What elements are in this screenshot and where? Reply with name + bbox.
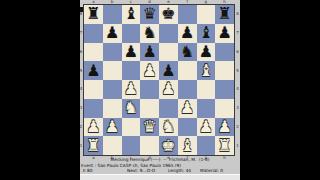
square-e7[interactable]: [159, 24, 178, 43]
rank-right-5-label: 5: [236, 69, 240, 73]
square-c6[interactable]: ♟: [122, 43, 141, 62]
piece-white-queen[interactable]: ♛: [142, 119, 156, 135]
square-d7[interactable]: ♞: [140, 24, 159, 43]
square-c5[interactable]: [122, 61, 141, 80]
square-e6[interactable]: [159, 43, 178, 62]
square-f2[interactable]: [178, 118, 197, 137]
piece-black-pawn[interactable]: ♟: [124, 44, 138, 60]
square-b6[interactable]: [103, 43, 122, 62]
square-b8[interactable]: [103, 5, 122, 24]
rank-left-7-label: 7: [79, 31, 83, 35]
piece-black-pawn[interactable]: ♟: [180, 25, 194, 41]
square-h5[interactable]: [215, 61, 234, 80]
square-c2[interactable]: [122, 118, 141, 137]
piece-white-pawn[interactable]: ♟: [105, 119, 119, 135]
piece-black-pawn[interactable]: ♟: [142, 44, 156, 60]
square-h7[interactable]: ♟: [215, 24, 234, 43]
piece-white-bishop[interactable]: ♝: [180, 138, 194, 154]
square-f7[interactable]: ♟: [178, 24, 197, 43]
square-a4[interactable]: [84, 80, 103, 99]
piece-white-rook[interactable]: ♜: [217, 138, 231, 154]
piece-black-rook[interactable]: ♜: [217, 6, 231, 22]
square-e8[interactable]: ♚: [159, 5, 178, 24]
game-result: (1-0): [199, 157, 209, 162]
square-f5[interactable]: [178, 61, 197, 80]
status-strip: [80, 174, 240, 180]
players-separator: --: [163, 157, 166, 162]
square-a8[interactable]: ♜: [84, 5, 103, 24]
square-g8[interactable]: [197, 5, 216, 24]
piece-black-pawn[interactable]: ♟: [105, 25, 119, 41]
rank-right-3-label: 3: [236, 106, 240, 110]
rank-left-5-label: 5: [79, 69, 83, 73]
file-top-g-label: g: [197, 0, 216, 4]
white-player-info: (----): [151, 157, 161, 162]
white-player-name: Mecking Henrique: [111, 157, 150, 162]
piece-white-pawn[interactable]: ♟: [180, 100, 194, 116]
square-h1[interactable]: ♜: [215, 136, 234, 155]
piece-black-knight[interactable]: ♞: [142, 25, 156, 41]
rank-right-4-label: 4: [236, 87, 240, 91]
square-b5[interactable]: [103, 61, 122, 80]
square-a6[interactable]: [84, 43, 103, 62]
file-top-h-label: h: [215, 0, 234, 4]
piece-black-pawn[interactable]: ♟: [86, 63, 100, 79]
piece-black-rook[interactable]: ♜: [86, 6, 100, 22]
square-g4[interactable]: [197, 80, 216, 99]
piece-black-pawn[interactable]: ♟: [199, 44, 213, 60]
square-d6[interactable]: ♟: [140, 43, 159, 62]
square-c8[interactable]: ♝: [122, 5, 141, 24]
square-c3[interactable]: ♞: [122, 99, 141, 118]
rank-left-4-label: 4: [79, 87, 83, 91]
square-d2[interactable]: ♛: [140, 118, 159, 137]
piece-black-pawn[interactable]: ♟: [161, 63, 175, 79]
file-top-b-label: b: [103, 0, 122, 4]
piece-white-pawn[interactable]: ♟: [124, 81, 138, 97]
material-balance-label: Material: 0: [200, 169, 223, 174]
square-c7[interactable]: [122, 24, 141, 43]
square-g2[interactable]: ♟: [197, 118, 216, 137]
piece-black-bishop[interactable]: ♝: [124, 6, 138, 22]
square-g5[interactable]: ♝: [197, 61, 216, 80]
square-a7[interactable]: [84, 24, 103, 43]
square-h8[interactable]: ♜: [215, 5, 234, 24]
square-h3[interactable]: [215, 99, 234, 118]
rank-right-6-label: 6: [236, 50, 240, 54]
square-b2[interactable]: ♟: [103, 118, 122, 137]
square-f1[interactable]: ♝: [178, 136, 197, 155]
square-a1[interactable]: ♜: [84, 136, 103, 155]
square-h4[interactable]: [215, 80, 234, 99]
piece-white-rook[interactable]: ♜: [86, 138, 100, 154]
square-d1[interactable]: [140, 136, 159, 155]
square-d4[interactable]: [140, 80, 159, 99]
square-b7[interactable]: ♟: [103, 24, 122, 43]
square-e2[interactable]: ♞: [159, 118, 178, 137]
piece-white-king[interactable]: ♚: [161, 138, 175, 154]
square-a3[interactable]: [84, 99, 103, 118]
square-e5[interactable]: ♟: [159, 61, 178, 80]
piece-black-king[interactable]: ♚: [161, 6, 175, 22]
square-b4[interactable]: [103, 80, 122, 99]
file-top-d-label: d: [140, 0, 159, 4]
square-f4[interactable]: [178, 80, 197, 99]
chess-board[interactable]: ♜♝♛♚♜♟♞♟♝♟♟♟♞♟♟♟♟♝♟♟♞♟♟♟♛♞♟♟♜♚♝♜: [83, 4, 235, 156]
next-move-label: Next: 9...O-O: [127, 169, 155, 174]
black-player-name: Flichman, M.: [169, 157, 196, 162]
piece-white-pawn[interactable]: ♟: [199, 119, 213, 135]
rank-left-8-label: 8: [79, 12, 83, 16]
square-g1[interactable]: [197, 136, 216, 155]
square-c1[interactable]: [122, 136, 141, 155]
piece-black-bishop[interactable]: ♝: [199, 25, 213, 41]
square-e3[interactable]: [159, 99, 178, 118]
square-f6[interactable]: ♞: [178, 43, 197, 62]
square-f8[interactable]: [178, 5, 197, 24]
square-e4[interactable]: ♟: [159, 80, 178, 99]
square-d5[interactable]: ♟: [140, 61, 159, 80]
piece-white-pawn[interactable]: ♟: [161, 81, 175, 97]
square-d3[interactable]: [140, 99, 159, 118]
square-e1[interactable]: ♚: [159, 136, 178, 155]
piece-white-bishop[interactable]: ♝: [199, 63, 213, 79]
rank-right-1-label: 1: [236, 144, 240, 148]
piece-white-knight[interactable]: ♞: [124, 100, 138, 116]
file-top-e-label: e: [159, 0, 178, 4]
screenshot-stage: ♜♝♛♚♜♟♞♟♝♟♟♟♞♟♟♟♟♝♟♟♞♟♟♟♛♞♟♟♜♚♝♜ aabbccd…: [0, 0, 320, 180]
piece-black-pawn[interactable]: ♟: [217, 25, 231, 41]
players-line: Mecking Henrique (----) -- Flichman, M. …: [80, 158, 240, 163]
file-top-c-label: c: [122, 0, 141, 4]
square-g7[interactable]: ♝: [197, 24, 216, 43]
rank-right-2-label: 2: [236, 125, 240, 129]
square-a2[interactable]: ♟: [84, 118, 103, 137]
game-length-label: Length: 44: [168, 169, 191, 174]
square-b1[interactable]: [103, 136, 122, 155]
piece-black-knight[interactable]: ♞: [180, 44, 194, 60]
piece-white-pawn[interactable]: ♟: [86, 119, 100, 135]
file-top-a-label: a: [84, 0, 103, 4]
file-top-f-label: f: [178, 0, 197, 4]
piece-white-pawn[interactable]: ♟: [142, 63, 156, 79]
piece-white-pawn[interactable]: ♟: [217, 119, 231, 135]
square-g3[interactable]: [197, 99, 216, 118]
square-h2[interactable]: ♟: [215, 118, 234, 137]
rank-right-7-label: 7: [236, 31, 240, 35]
eco-code: E 80: [83, 169, 93, 174]
rank-right-8-label: 8: [236, 12, 240, 16]
piece-white-knight[interactable]: ♞: [161, 119, 175, 135]
square-f3[interactable]: ♟: [178, 99, 197, 118]
rank-left-1-label: 1: [79, 144, 83, 148]
rank-left-2-label: 2: [79, 125, 83, 129]
piece-black-queen[interactable]: ♛: [142, 6, 156, 22]
square-g6[interactable]: ♟: [197, 43, 216, 62]
square-d8[interactable]: ♛: [140, 5, 159, 24]
rank-left-3-label: 3: [79, 106, 83, 110]
rank-left-6-label: 6: [79, 50, 83, 54]
square-a5[interactable]: ♟: [84, 61, 103, 80]
square-c4[interactable]: ♟: [122, 80, 141, 99]
square-b3[interactable]: [103, 99, 122, 118]
square-h6[interactable]: [215, 43, 234, 62]
